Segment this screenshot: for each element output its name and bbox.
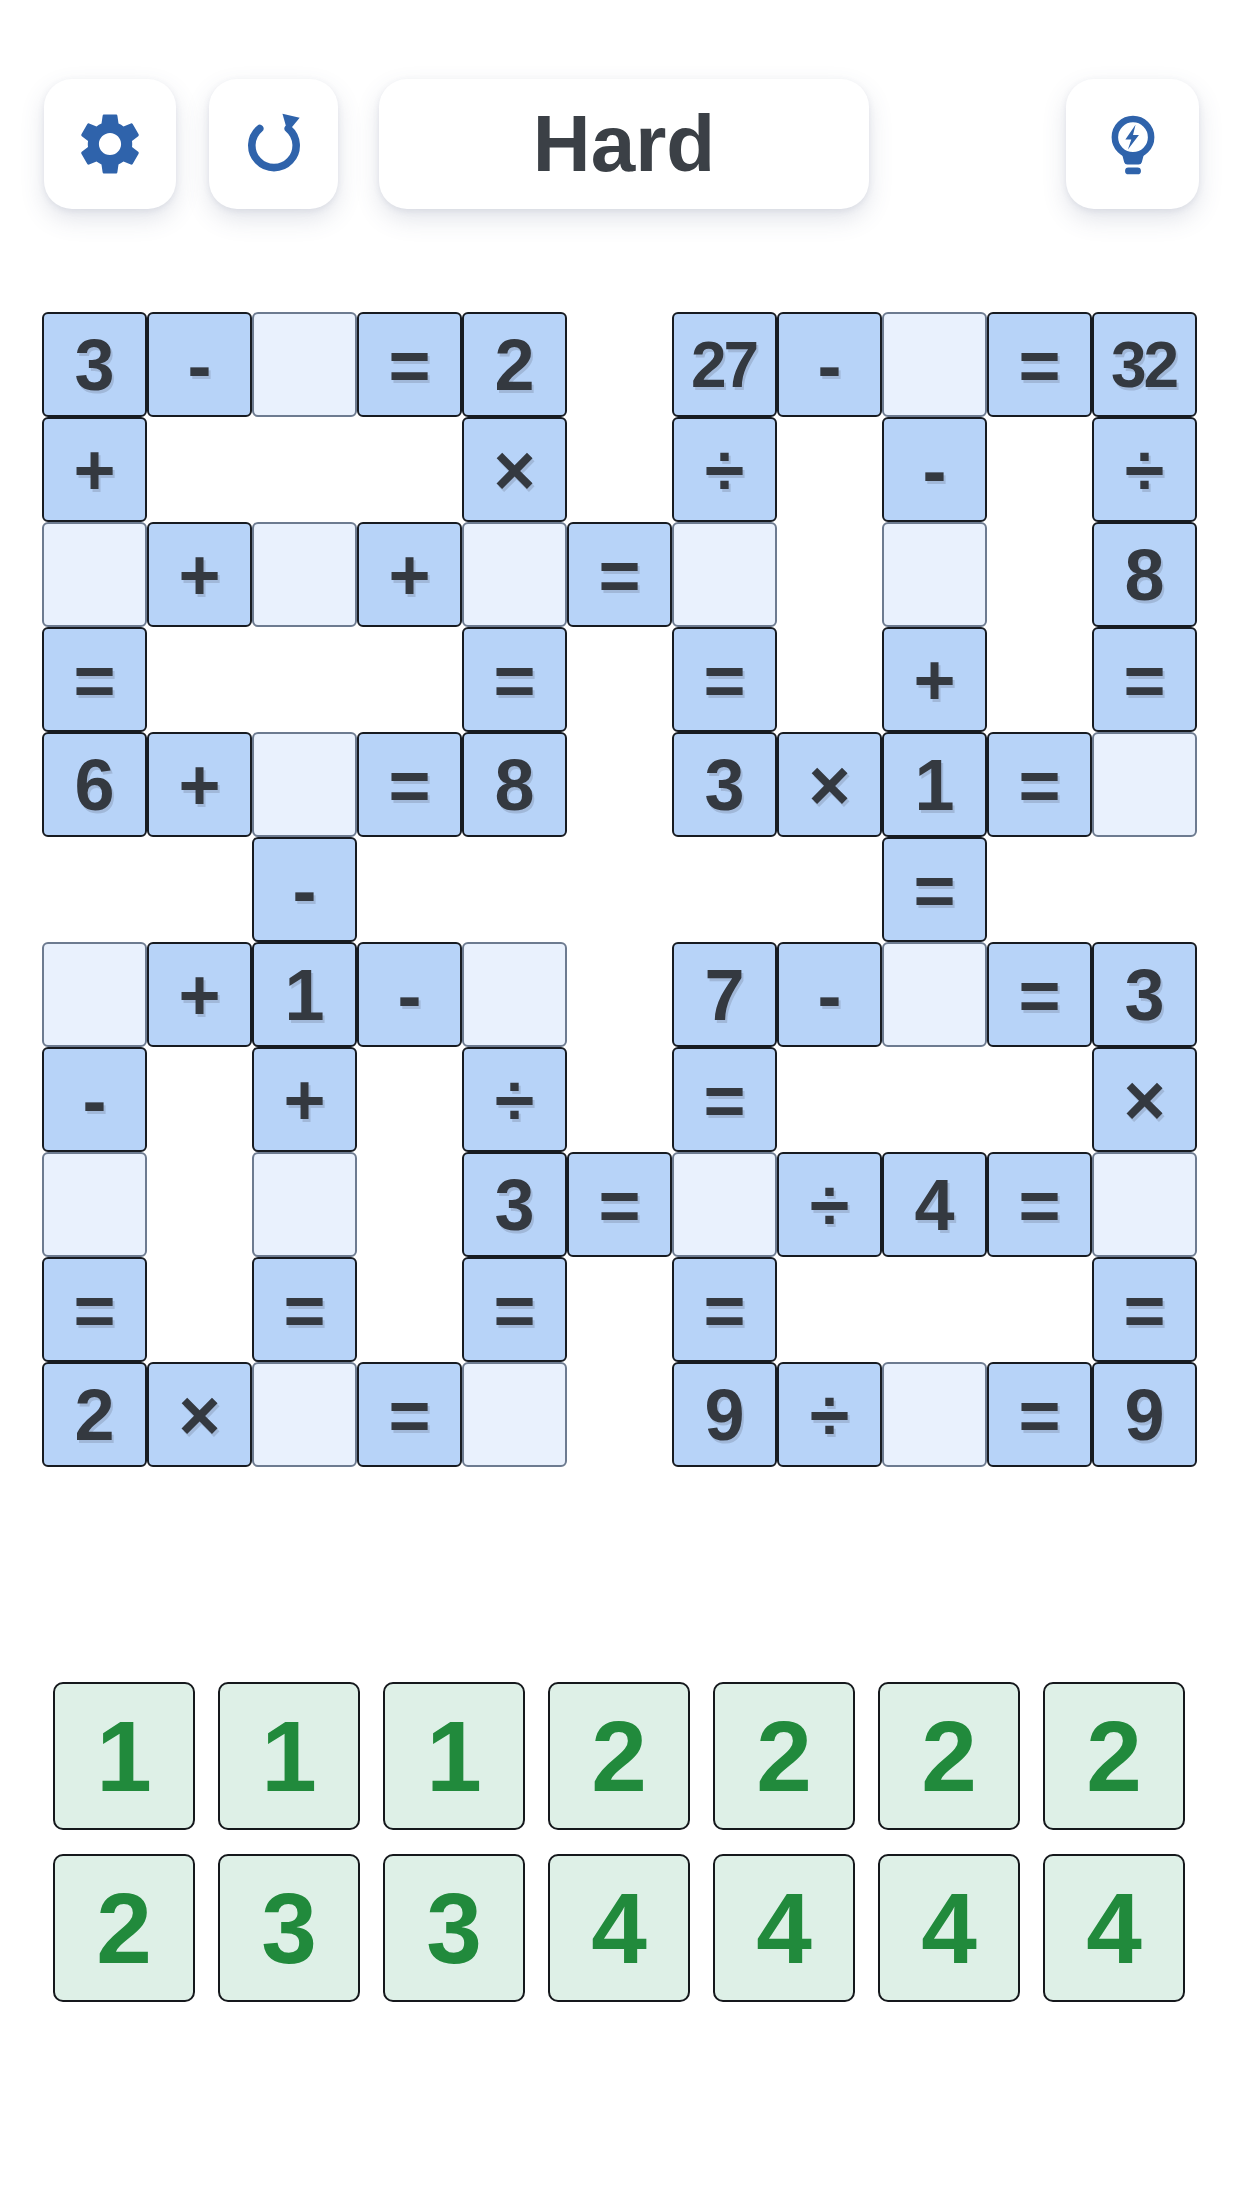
- cell-r7c3: 1: [252, 942, 357, 1047]
- number-1: 1: [284, 959, 324, 1031]
- plus-sign: +: [178, 539, 220, 611]
- equals-sign: =: [1018, 329, 1060, 401]
- cell-r7c10: =: [987, 942, 1092, 1047]
- cell-r11c9[interactable]: [882, 1362, 987, 1467]
- tile-2[interactable]: 2: [1043, 1682, 1185, 1830]
- tray-row-2: 2334444: [53, 1854, 1185, 2002]
- number-7: 7: [704, 959, 744, 1031]
- times-sign: ×: [808, 749, 850, 821]
- cell-r11c1: 2: [42, 1362, 147, 1467]
- minus-sign: -: [293, 854, 317, 926]
- cell-r4c8: [777, 627, 882, 732]
- tile-value: 4: [756, 1878, 812, 1978]
- cell-r7c4: -: [357, 942, 462, 1047]
- number-8: 8: [494, 749, 534, 821]
- number-2: 2: [494, 329, 534, 401]
- number-9: 9: [704, 1379, 744, 1451]
- equals-sign: =: [493, 1274, 535, 1346]
- equals-sign: =: [1123, 1274, 1165, 1346]
- cell-r4c7: =: [672, 627, 777, 732]
- minus-sign: -: [923, 434, 947, 506]
- cell-r3c7[interactable]: [672, 522, 777, 627]
- cell-r8c1: -: [42, 1047, 147, 1152]
- tile-2[interactable]: 2: [548, 1682, 690, 1830]
- times-sign: ×: [1123, 1064, 1165, 1136]
- cell-r8c5: ÷: [462, 1047, 567, 1152]
- times-sign: ×: [178, 1379, 220, 1451]
- plus-sign: +: [913, 644, 955, 716]
- number-4: 4: [914, 1169, 954, 1241]
- cell-r5c11[interactable]: [1092, 732, 1197, 837]
- cell-r3c6: =: [567, 522, 672, 627]
- cell-r4c6: [567, 627, 672, 732]
- cell-r5c7: 3: [672, 732, 777, 837]
- cell-r6c3: -: [252, 837, 357, 942]
- equals-sign: =: [703, 644, 745, 716]
- difficulty-pill[interactable]: Hard: [379, 79, 869, 209]
- cell-r11c11: 9: [1092, 1362, 1197, 1467]
- equals-sign: =: [73, 644, 115, 716]
- tile-value: 1: [96, 1706, 152, 1806]
- minus-sign: -: [818, 329, 842, 401]
- restart-button[interactable]: [209, 79, 338, 209]
- cell-r1c6: [567, 312, 672, 417]
- cell-r3c9[interactable]: [882, 522, 987, 627]
- cell-r1c8: -: [777, 312, 882, 417]
- cell-r1c4: =: [357, 312, 462, 417]
- cell-r6c5: [462, 837, 567, 942]
- cell-r4c11: =: [1092, 627, 1197, 732]
- cell-r11c8: ÷: [777, 1362, 882, 1467]
- cell-r7c5[interactable]: [462, 942, 567, 1047]
- number-2: 2: [74, 1379, 114, 1451]
- tile-value: 3: [261, 1878, 317, 1978]
- number-3: 3: [1124, 959, 1164, 1031]
- divide-sign: ÷: [1125, 434, 1165, 506]
- equals-sign: =: [1123, 644, 1165, 716]
- cell-r3c11: 8: [1092, 522, 1197, 627]
- number-3: 3: [704, 749, 744, 821]
- cell-r5c4: =: [357, 732, 462, 837]
- cell-r10c7: =: [672, 1257, 777, 1362]
- cell-r5c9: 1: [882, 732, 987, 837]
- cell-r9c1[interactable]: [42, 1152, 147, 1257]
- cell-r6c6: [567, 837, 672, 942]
- cell-r10c2: [147, 1257, 252, 1362]
- cell-r9c7[interactable]: [672, 1152, 777, 1257]
- divide-sign: ÷: [495, 1064, 535, 1136]
- cell-r3c1[interactable]: [42, 522, 147, 627]
- cell-r1c3[interactable]: [252, 312, 357, 417]
- cell-r10c5: =: [462, 1257, 567, 1362]
- number-1: 1: [914, 749, 954, 821]
- cell-r1c1: 3: [42, 312, 147, 417]
- cell-r9c8: ÷: [777, 1152, 882, 1257]
- tile-value: 2: [96, 1878, 152, 1978]
- tile-value: 4: [591, 1878, 647, 1978]
- cell-r6c1: [42, 837, 147, 942]
- divide-sign: ÷: [810, 1379, 850, 1451]
- cell-r7c11: 3: [1092, 942, 1197, 1047]
- cell-r6c11: [1092, 837, 1197, 942]
- cell-r10c8: [777, 1257, 882, 1362]
- cell-r9c2: [147, 1152, 252, 1257]
- cell-r1c11: 32: [1092, 312, 1197, 417]
- equals-sign: =: [388, 749, 430, 821]
- cell-r2c5: ×: [462, 417, 567, 522]
- cell-r10c6: [567, 1257, 672, 1362]
- tile-1[interactable]: 1: [383, 1682, 525, 1830]
- times-sign: ×: [493, 434, 535, 506]
- equals-sign: =: [283, 1274, 325, 1346]
- cell-r6c7: [672, 837, 777, 942]
- tile-value: 4: [1086, 1878, 1142, 1978]
- cell-r4c2: [147, 627, 252, 732]
- settings-button[interactable]: [44, 79, 176, 209]
- cell-r1c9[interactable]: [882, 312, 987, 417]
- plus-sign: +: [178, 959, 220, 1031]
- equals-sign: =: [388, 1379, 430, 1451]
- cell-r2c11: ÷: [1092, 417, 1197, 522]
- cell-r9c9: 4: [882, 1152, 987, 1257]
- cell-r6c9: =: [882, 837, 987, 942]
- cell-r11c2: ×: [147, 1362, 252, 1467]
- cell-r8c7: =: [672, 1047, 777, 1152]
- cell-r8c6: [567, 1047, 672, 1152]
- hint-button[interactable]: [1066, 79, 1199, 209]
- cell-r2c1: +: [42, 417, 147, 522]
- number-27: 27: [691, 333, 756, 397]
- number-8: 8: [1124, 539, 1164, 611]
- cell-r1c5: 2: [462, 312, 567, 417]
- cell-r8c4: [357, 1047, 462, 1152]
- tile-2[interactable]: 2: [713, 1682, 855, 1830]
- divide-sign: ÷: [705, 434, 745, 506]
- number-6: 6: [74, 749, 114, 821]
- number-tray: 1112222 2334444: [53, 1682, 1185, 2026]
- tile-2[interactable]: 2: [53, 1854, 195, 2002]
- cell-r8c2: [147, 1047, 252, 1152]
- tile-value: 2: [1086, 1706, 1142, 1806]
- cell-r2c4: [357, 417, 462, 522]
- cell-r3c10: [987, 522, 1092, 627]
- refresh-icon: [239, 109, 309, 179]
- equals-sign: =: [598, 539, 640, 611]
- tile-1[interactable]: 1: [218, 1682, 360, 1830]
- cell-r9c6: =: [567, 1152, 672, 1257]
- minus-sign: -: [188, 329, 212, 401]
- tile-4[interactable]: 4: [1043, 1854, 1185, 2002]
- tile-4[interactable]: 4: [713, 1854, 855, 2002]
- cell-r5c6: [567, 732, 672, 837]
- cell-r11c3[interactable]: [252, 1362, 357, 1467]
- lightbulb-bolt-icon: [1099, 110, 1167, 178]
- cell-r7c9[interactable]: [882, 942, 987, 1047]
- cell-r7c2: +: [147, 942, 252, 1047]
- cell-r4c4: [357, 627, 462, 732]
- cell-r6c10: [987, 837, 1092, 942]
- cell-r3c2: +: [147, 522, 252, 627]
- cell-r2c3: [252, 417, 357, 522]
- cell-r9c11[interactable]: [1092, 1152, 1197, 1257]
- tile-value: 1: [261, 1706, 317, 1806]
- cell-r2c9: -: [882, 417, 987, 522]
- tile-1[interactable]: 1: [53, 1682, 195, 1830]
- tile-4[interactable]: 4: [878, 1854, 1020, 2002]
- cell-r10c9: [882, 1257, 987, 1362]
- cell-r10c10: [987, 1257, 1092, 1362]
- cell-r1c2: -: [147, 312, 252, 417]
- tile-3[interactable]: 3: [218, 1854, 360, 2002]
- cell-r9c4: [357, 1152, 462, 1257]
- cell-r4c9: +: [882, 627, 987, 732]
- minus-sign: -: [83, 1064, 107, 1136]
- equals-sign: =: [703, 1064, 745, 1136]
- cell-r3c8: [777, 522, 882, 627]
- tile-4[interactable]: 4: [548, 1854, 690, 2002]
- cell-r2c6: [567, 417, 672, 522]
- cell-r6c2: [147, 837, 252, 942]
- equals-sign: =: [73, 1274, 115, 1346]
- number-3: 3: [494, 1169, 534, 1241]
- tile-value: 1: [426, 1706, 482, 1806]
- minus-sign: -: [818, 959, 842, 1031]
- number-9: 9: [1124, 1379, 1164, 1451]
- cell-r2c7: ÷: [672, 417, 777, 522]
- gear-icon: [73, 107, 147, 181]
- cell-r3c5[interactable]: [462, 522, 567, 627]
- plus-sign: +: [73, 434, 115, 506]
- cell-r11c5[interactable]: [462, 1362, 567, 1467]
- divide-sign: ÷: [810, 1169, 850, 1241]
- cell-r7c6: [567, 942, 672, 1047]
- cell-r2c8: [777, 417, 882, 522]
- cell-r3c3[interactable]: [252, 522, 357, 627]
- equals-sign: =: [1018, 749, 1060, 821]
- cell-r8c10: [987, 1047, 1092, 1152]
- equals-sign: =: [1018, 1169, 1060, 1241]
- crossmath-screen: Hard 3-=227-=32+×÷-÷++=8===+=6+=83×1=-=+…: [0, 0, 1242, 2208]
- cell-r2c2: [147, 417, 252, 522]
- cell-r9c3[interactable]: [252, 1152, 357, 1257]
- cell-r7c1[interactable]: [42, 942, 147, 1047]
- equals-sign: =: [1018, 959, 1060, 1031]
- cell-r10c3: =: [252, 1257, 357, 1362]
- cell-r8c8: [777, 1047, 882, 1152]
- plus-sign: +: [178, 749, 220, 821]
- tile-value: 4: [921, 1878, 977, 1978]
- tray-row-1: 1112222: [53, 1682, 1185, 1830]
- equals-sign: =: [598, 1169, 640, 1241]
- equals-sign: =: [913, 854, 955, 926]
- cell-r1c7: 27: [672, 312, 777, 417]
- tile-value: 2: [921, 1706, 977, 1806]
- cell-r8c11: ×: [1092, 1047, 1197, 1152]
- cell-r7c7: 7: [672, 942, 777, 1047]
- cell-r11c7: 9: [672, 1362, 777, 1467]
- minus-sign: -: [398, 959, 422, 1031]
- cell-r4c1: =: [42, 627, 147, 732]
- tile-value: 3: [426, 1878, 482, 1978]
- cell-r9c5: 3: [462, 1152, 567, 1257]
- cell-r11c4: =: [357, 1362, 462, 1467]
- board: 3-=227-=32+×÷-÷++=8===+=6+=83×1=-=+1-7-=…: [42, 312, 1197, 1467]
- cell-r5c1: 6: [42, 732, 147, 837]
- cell-r10c1: =: [42, 1257, 147, 1362]
- cell-r10c11: =: [1092, 1257, 1197, 1362]
- cell-r2c10: [987, 417, 1092, 522]
- equals-sign: =: [388, 329, 430, 401]
- cell-r11c10: =: [987, 1362, 1092, 1467]
- plus-sign: +: [283, 1064, 325, 1136]
- cell-r9c10: =: [987, 1152, 1092, 1257]
- number-32: 32: [1111, 333, 1176, 397]
- cell-r3c4: +: [357, 522, 462, 627]
- cell-r8c9: [882, 1047, 987, 1152]
- cell-r5c3[interactable]: [252, 732, 357, 837]
- cell-r1c10: =: [987, 312, 1092, 417]
- cell-r4c3: [252, 627, 357, 732]
- cell-r7c8: -: [777, 942, 882, 1047]
- equals-sign: =: [493, 644, 535, 716]
- difficulty-label: Hard: [533, 104, 715, 184]
- cell-r4c10: [987, 627, 1092, 732]
- tile-value: 2: [756, 1706, 812, 1806]
- tile-3[interactable]: 3: [383, 1854, 525, 2002]
- cell-r5c5: 8: [462, 732, 567, 837]
- cell-r8c3: +: [252, 1047, 357, 1152]
- cell-r6c4: [357, 837, 462, 942]
- equals-sign: =: [703, 1274, 745, 1346]
- cell-r11c6: [567, 1362, 672, 1467]
- equals-sign: =: [1018, 1379, 1060, 1451]
- number-3: 3: [74, 329, 114, 401]
- tile-value: 2: [591, 1706, 647, 1806]
- tile-2[interactable]: 2: [878, 1682, 1020, 1830]
- cell-r6c8: [777, 837, 882, 942]
- plus-sign: +: [388, 539, 430, 611]
- cell-r5c2: +: [147, 732, 252, 837]
- cell-r5c10: =: [987, 732, 1092, 837]
- cell-r5c8: ×: [777, 732, 882, 837]
- cell-r10c4: [357, 1257, 462, 1362]
- cell-r4c5: =: [462, 627, 567, 732]
